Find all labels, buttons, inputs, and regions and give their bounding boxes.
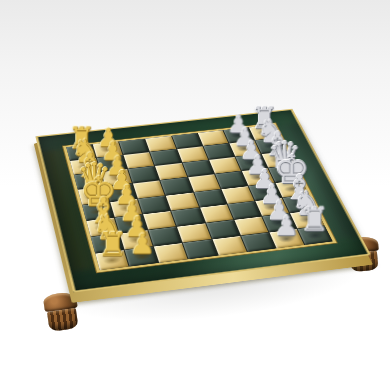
- square-b4: [150, 149, 181, 165]
- square-c5: [182, 160, 213, 177]
- white-rook-icon: ♜: [97, 228, 127, 261]
- square-h4: [183, 239, 217, 259]
- board-grid: ♜♟♟♜♞♟♟♞♝♟♟♝♛♟♟♛♚♟♟♚♝♟♟♝♞♟♟♞♜♟♟♜: [63, 123, 336, 272]
- square-h3: [154, 243, 188, 263]
- chess-set-photo: ♜♟♟♜♞♟♟♞♝♟♟♝♛♟♟♛♚♟♟♚♝♟♟♝♞♟♟♞♜♟♟♜: [0, 0, 390, 390]
- square-h6: [241, 233, 276, 252]
- square-d5: [188, 174, 220, 191]
- square-h2: ♟: [125, 247, 159, 267]
- square-h8: ♜: [297, 226, 332, 245]
- chess-board: ♜♟♟♜♞♟♟♞♝♟♟♝♛♟♟♛♚♟♟♚♝♟♟♝♞♟♟♞♜♟♟♜: [35, 109, 371, 293]
- square-h1: ♜: [95, 250, 128, 270]
- square-d4: [161, 178, 193, 195]
- square-e6: [221, 186, 254, 204]
- black-rook-icon: ♜: [301, 204, 330, 236]
- square-c4: [155, 163, 186, 180]
- black-pawn-icon: ♟: [275, 212, 299, 239]
- square-h7: ♟: [269, 229, 304, 248]
- square-f5: [200, 204, 233, 222]
- white-pawn-icon: ♟: [129, 229, 154, 257]
